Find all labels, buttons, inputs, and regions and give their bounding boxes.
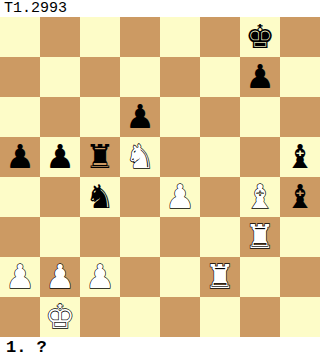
square-d8[interactable]: [120, 17, 160, 57]
square-h6[interactable]: [280, 97, 320, 137]
square-d2[interactable]: [120, 257, 160, 297]
square-e6[interactable]: [160, 97, 200, 137]
square-c7[interactable]: [80, 57, 120, 97]
square-h8[interactable]: [280, 17, 320, 57]
square-e3[interactable]: [160, 217, 200, 257]
square-h1[interactable]: [280, 297, 320, 337]
move-prompt: 1. ?: [6, 337, 47, 360]
square-c2[interactable]: ♟: [80, 257, 120, 297]
white-pawn-e4: ♟: [165, 177, 195, 217]
square-b8[interactable]: [40, 17, 80, 57]
square-b4[interactable]: [40, 177, 80, 217]
black-king-g8: ♚: [245, 17, 275, 57]
square-b2[interactable]: ♟: [40, 257, 80, 297]
square-g7[interactable]: ♟: [240, 57, 280, 97]
square-h2[interactable]: [280, 257, 320, 297]
black-bishop-h5: ♝: [285, 137, 315, 177]
square-e7[interactable]: [160, 57, 200, 97]
black-knight-c4: ♞: [85, 177, 115, 217]
square-g6[interactable]: [240, 97, 280, 137]
square-c5[interactable]: ♜: [80, 137, 120, 177]
white-knight-d5: ♞: [125, 137, 155, 177]
square-d5[interactable]: ♞: [120, 137, 160, 177]
white-king-b1: ♚: [45, 297, 75, 337]
square-a4[interactable]: [0, 177, 40, 217]
chess-puzzle-window: T1.2993 ♚♟♟♟♟♜♞♝♞♟♝♝♜♟♟♟♜♚ 1. ?: [0, 0, 320, 360]
square-h7[interactable]: [280, 57, 320, 97]
square-d3[interactable]: [120, 217, 160, 257]
square-b6[interactable]: [40, 97, 80, 137]
square-b3[interactable]: [40, 217, 80, 257]
white-bishop-g4: ♝: [245, 177, 275, 217]
square-f2[interactable]: ♜: [200, 257, 240, 297]
square-f4[interactable]: [200, 177, 240, 217]
square-h4[interactable]: ♝: [280, 177, 320, 217]
square-c4[interactable]: ♞: [80, 177, 120, 217]
white-pawn-c2: ♟: [85, 257, 115, 297]
square-d7[interactable]: [120, 57, 160, 97]
square-b7[interactable]: [40, 57, 80, 97]
black-pawn-b5: ♟: [45, 137, 75, 177]
square-a1[interactable]: [0, 297, 40, 337]
square-a3[interactable]: [0, 217, 40, 257]
square-f7[interactable]: [200, 57, 240, 97]
square-f3[interactable]: [200, 217, 240, 257]
square-a5[interactable]: ♟: [0, 137, 40, 177]
square-a8[interactable]: [0, 17, 40, 57]
square-c1[interactable]: [80, 297, 120, 337]
square-e5[interactable]: [160, 137, 200, 177]
black-pawn-d6: ♟: [125, 97, 155, 137]
square-a6[interactable]: [0, 97, 40, 137]
black-rook-c5: ♜: [85, 137, 115, 177]
white-rook-f2: ♜: [205, 257, 235, 297]
puzzle-title: T1.2993: [4, 0, 67, 17]
square-f5[interactable]: [200, 137, 240, 177]
square-a2[interactable]: ♟: [0, 257, 40, 297]
square-b5[interactable]: ♟: [40, 137, 80, 177]
square-g8[interactable]: ♚: [240, 17, 280, 57]
square-e1[interactable]: [160, 297, 200, 337]
square-c6[interactable]: [80, 97, 120, 137]
square-g1[interactable]: [240, 297, 280, 337]
square-g5[interactable]: [240, 137, 280, 177]
square-f8[interactable]: [200, 17, 240, 57]
black-pawn-a5: ♟: [5, 137, 35, 177]
square-b1[interactable]: ♚: [40, 297, 80, 337]
square-g4[interactable]: ♝: [240, 177, 280, 217]
square-h5[interactable]: ♝: [280, 137, 320, 177]
black-bishop-h4: ♝: [285, 177, 315, 217]
square-c8[interactable]: [80, 17, 120, 57]
square-d4[interactable]: [120, 177, 160, 217]
square-e2[interactable]: [160, 257, 200, 297]
square-e4[interactable]: ♟: [160, 177, 200, 217]
white-pawn-a2: ♟: [5, 257, 35, 297]
white-pawn-b2: ♟: [45, 257, 75, 297]
square-g2[interactable]: [240, 257, 280, 297]
white-rook-g3: ♜: [245, 217, 275, 257]
square-g3[interactable]: ♜: [240, 217, 280, 257]
black-pawn-g7: ♟: [245, 57, 275, 97]
square-f6[interactable]: [200, 97, 240, 137]
square-c3[interactable]: [80, 217, 120, 257]
square-a7[interactable]: [0, 57, 40, 97]
square-f1[interactable]: [200, 297, 240, 337]
square-d6[interactable]: ♟: [120, 97, 160, 137]
chess-board: ♚♟♟♟♟♜♞♝♞♟♝♝♜♟♟♟♜♚: [0, 17, 320, 337]
square-e8[interactable]: [160, 17, 200, 57]
square-h3[interactable]: [280, 217, 320, 257]
square-d1[interactable]: [120, 297, 160, 337]
